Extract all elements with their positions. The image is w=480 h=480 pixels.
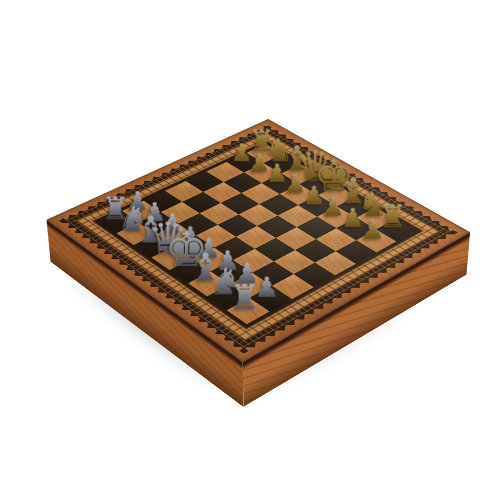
stage: ♜♞♝♛♚♝♞♜♟♟♟♟♟♟♟♟♟♟♟♟♟♟♟♟♜♞♝♛♚♝♞♜	[0, 0, 480, 480]
board-top: ♜♞♝♛♚♝♞♜♟♟♟♟♟♟♟♟♟♟♟♟♟♟♟♟♜♞♝♛♚♝♞♜	[47, 119, 471, 362]
piece-white-rook-h1[interactable]: ♜	[210, 281, 280, 313]
scene: ♜♞♝♛♚♝♞♜♟♟♟♟♟♟♟♟♟♟♟♟♟♟♟♟♜♞♝♛♚♝♞♜	[0, 0, 480, 480]
chess-board-box: ♜♞♝♛♚♝♞♜♟♟♟♟♟♟♟♟♟♟♟♟♟♟♟♟♜♞♝♛♚♝♞♜	[47, 119, 471, 362]
piece-black-pawn-h7[interactable]: ♟	[340, 218, 405, 243]
